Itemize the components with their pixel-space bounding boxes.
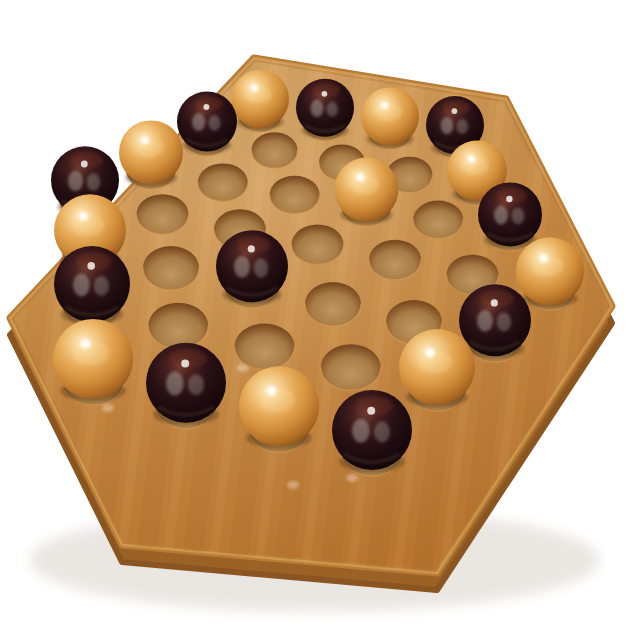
specular-highlight [79, 212, 88, 221]
photo-canvas [0, 0, 640, 640]
cell-r1c2 [296, 79, 354, 141]
specular-highlight [491, 299, 498, 306]
cell-r2c2 [252, 132, 298, 168]
cell-r3c1 [119, 120, 183, 189]
cell-r3c2 [198, 163, 248, 201]
cell-r4c4 [292, 225, 344, 265]
specular-highlight [248, 245, 255, 252]
specular-highlight [367, 407, 375, 415]
hex-marble-board [0, 0, 640, 640]
cell-r7c3 [239, 366, 319, 452]
cell-r1c1 [231, 70, 289, 132]
specular-highlight [251, 85, 258, 92]
specular-highlight [87, 262, 95, 270]
specular-highlight [267, 386, 277, 396]
cell-r7c2 [146, 343, 226, 429]
cell-r3c5 [413, 201, 463, 239]
board-photo [0, 0, 640, 640]
cell-r6c1 [54, 246, 130, 328]
specular-highlight [540, 254, 548, 262]
specular-highlight [426, 348, 435, 357]
specular-highlight [468, 156, 475, 163]
cell-r6c2 [148, 303, 208, 349]
cell-r7c1 [53, 319, 133, 405]
cell-r6c3 [235, 324, 295, 370]
cell-r3c3 [270, 176, 320, 214]
specular-highlight [81, 161, 88, 168]
specular-highlight [452, 108, 458, 114]
specular-highlight [141, 136, 149, 144]
specular-highlight [322, 91, 328, 97]
cell-r5c2 [143, 246, 199, 290]
cell-r4c5 [369, 240, 421, 280]
cell-r5c4 [305, 282, 361, 326]
cell-r1c3 [361, 87, 419, 149]
specular-highlight [81, 339, 91, 349]
specular-highlight [506, 196, 512, 202]
specular-highlight [381, 102, 388, 109]
cell-r7c4 [332, 390, 412, 476]
cell-r3c6 [478, 182, 542, 251]
cell-r6c5 [399, 329, 475, 411]
specular-highlight [357, 174, 365, 182]
cell-r2c1 [177, 92, 237, 157]
cell-r3c4 [334, 158, 398, 227]
specular-highlight [203, 104, 209, 110]
specular-highlight [181, 360, 189, 368]
cell-r6c4 [321, 344, 381, 390]
cell-r4c2 [137, 194, 189, 234]
cell-r5c3 [216, 230, 288, 308]
cell-r4c7 [516, 237, 584, 310]
